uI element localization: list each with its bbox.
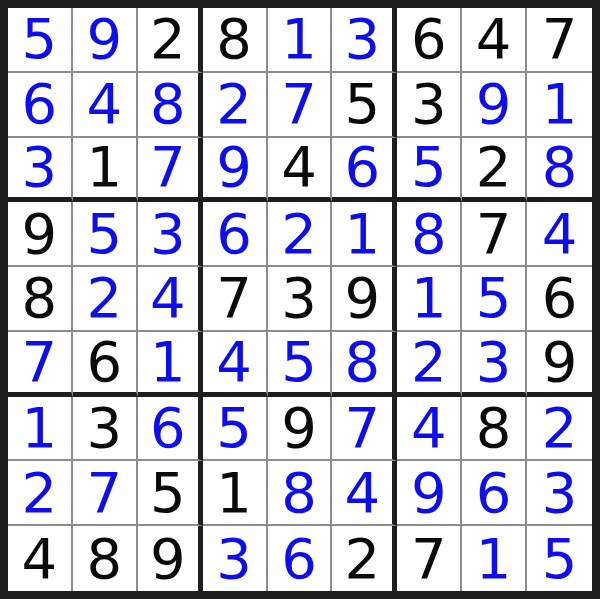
cell-r7c9[interactable]: 2 bbox=[527, 397, 592, 462]
cell-r3c7[interactable]: 5 bbox=[397, 138, 462, 203]
cell-digit: 9 bbox=[345, 270, 381, 326]
cell-r5c5[interactable]: 3 bbox=[268, 267, 333, 332]
cell-digit: 6 bbox=[345, 139, 381, 195]
cell-digit: 7 bbox=[22, 334, 58, 390]
cell-digit: 8 bbox=[345, 334, 381, 390]
cell-r2c5[interactable]: 7 bbox=[268, 73, 333, 138]
cell-digit: 2 bbox=[345, 531, 381, 587]
cell-r8c5[interactable]: 8 bbox=[268, 461, 333, 526]
cell-r9c9[interactable]: 5 bbox=[527, 526, 592, 591]
cell-r6c3[interactable]: 1 bbox=[138, 332, 203, 397]
cell-digit: 5 bbox=[476, 270, 512, 326]
cell-r5c6[interactable]: 9 bbox=[332, 267, 397, 332]
cell-digit: 5 bbox=[345, 76, 381, 132]
cell-digit: 4 bbox=[22, 531, 58, 587]
cell-digit: 5 bbox=[87, 206, 123, 262]
cell-digit: 8 bbox=[150, 76, 186, 132]
cell-r8c7[interactable]: 9 bbox=[397, 461, 462, 526]
cell-digit: 1 bbox=[22, 400, 58, 456]
cell-r8c4[interactable]: 1 bbox=[203, 461, 268, 526]
cell-digit: 3 bbox=[22, 139, 58, 195]
cell-r7c8[interactable]: 8 bbox=[462, 397, 527, 462]
cell-digit: 8 bbox=[22, 270, 58, 326]
cell-digit: 7 bbox=[411, 531, 447, 587]
cell-digit: 1 bbox=[150, 334, 186, 390]
cell-r3c2[interactable]: 1 bbox=[73, 138, 138, 203]
cell-r4c3[interactable]: 3 bbox=[138, 202, 203, 267]
cell-digit: 8 bbox=[542, 139, 578, 195]
cell-r9c1[interactable]: 4 bbox=[8, 526, 73, 591]
cell-digit: 6 bbox=[216, 206, 252, 262]
cell-r4c4[interactable]: 6 bbox=[203, 202, 268, 267]
cell-digit: 5 bbox=[411, 139, 447, 195]
cell-digit: 7 bbox=[281, 76, 317, 132]
cell-r2c4[interactable]: 2 bbox=[203, 73, 268, 138]
cell-digit: 4 bbox=[281, 139, 317, 195]
cell-r1c9[interactable]: 7 bbox=[527, 8, 592, 73]
cell-r6c2[interactable]: 6 bbox=[73, 332, 138, 397]
cell-digit: 9 bbox=[150, 531, 186, 587]
cell-r7c7[interactable]: 4 bbox=[397, 397, 462, 462]
cell-r9c3[interactable]: 9 bbox=[138, 526, 203, 591]
cell-r9c5[interactable]: 6 bbox=[268, 526, 333, 591]
cell-digit: 7 bbox=[87, 465, 123, 521]
cell-digit: 8 bbox=[281, 465, 317, 521]
cell-r5c9[interactable]: 6 bbox=[527, 267, 592, 332]
cell-r6c7[interactable]: 2 bbox=[397, 332, 462, 397]
cell-digit: 3 bbox=[87, 400, 123, 456]
cell-r4c9[interactable]: 4 bbox=[527, 202, 592, 267]
cell-digit: 1 bbox=[411, 270, 447, 326]
cell-r4c5[interactable]: 2 bbox=[268, 202, 333, 267]
cell-r5c1[interactable]: 8 bbox=[8, 267, 73, 332]
cell-digit: 8 bbox=[87, 531, 123, 587]
cell-digit: 1 bbox=[476, 531, 512, 587]
cell-digit: 6 bbox=[411, 11, 447, 67]
cell-digit: 1 bbox=[542, 76, 578, 132]
cell-digit: 2 bbox=[281, 206, 317, 262]
cell-r3c9[interactable]: 8 bbox=[527, 138, 592, 203]
cell-digit: 1 bbox=[281, 11, 317, 67]
cell-r7c3[interactable]: 6 bbox=[138, 397, 203, 462]
cell-digit: 2 bbox=[476, 139, 512, 195]
cell-digit: 9 bbox=[411, 465, 447, 521]
cell-r3c8[interactable]: 2 bbox=[462, 138, 527, 203]
cell-r5c3[interactable]: 4 bbox=[138, 267, 203, 332]
cell-digit: 4 bbox=[411, 400, 447, 456]
cell-r7c6[interactable]: 7 bbox=[332, 397, 397, 462]
cell-digit: 4 bbox=[87, 76, 123, 132]
cell-digit: 6 bbox=[542, 270, 578, 326]
cell-digit: 9 bbox=[476, 76, 512, 132]
cell-r2c3[interactable]: 8 bbox=[138, 73, 203, 138]
cell-r9c6[interactable]: 2 bbox=[332, 526, 397, 591]
cell-digit: 4 bbox=[476, 11, 512, 67]
cell-r8c9[interactable]: 3 bbox=[527, 461, 592, 526]
cell-r4c7[interactable]: 8 bbox=[397, 202, 462, 267]
cell-digit: 4 bbox=[216, 334, 252, 390]
cell-digit: 3 bbox=[281, 270, 317, 326]
cell-digit: 5 bbox=[216, 400, 252, 456]
cell-digit: 4 bbox=[345, 465, 381, 521]
cell-digit: 7 bbox=[216, 270, 252, 326]
cell-digit: 1 bbox=[345, 206, 381, 262]
cell-r5c8[interactable]: 5 bbox=[462, 267, 527, 332]
cell-digit: 9 bbox=[542, 334, 578, 390]
cell-digit: 3 bbox=[476, 334, 512, 390]
cell-r6c1[interactable]: 7 bbox=[8, 332, 73, 397]
cell-digit: 7 bbox=[150, 139, 186, 195]
cell-digit: 5 bbox=[150, 465, 186, 521]
cell-digit: 2 bbox=[87, 270, 123, 326]
cell-r1c3[interactable]: 2 bbox=[138, 8, 203, 73]
cell-r5c2[interactable]: 2 bbox=[73, 267, 138, 332]
cell-r8c1[interactable]: 2 bbox=[8, 461, 73, 526]
cell-digit: 4 bbox=[542, 206, 578, 262]
cell-r1c7[interactable]: 6 bbox=[397, 8, 462, 73]
cell-digit: 7 bbox=[476, 206, 512, 262]
cell-r6c8[interactable]: 3 bbox=[462, 332, 527, 397]
cell-digit: 3 bbox=[411, 76, 447, 132]
cell-digit: 3 bbox=[216, 531, 252, 587]
cell-digit: 8 bbox=[216, 11, 252, 67]
cell-digit: 2 bbox=[542, 400, 578, 456]
cell-r7c2[interactable]: 3 bbox=[73, 397, 138, 462]
cell-r3c6[interactable]: 6 bbox=[332, 138, 397, 203]
cell-r6c4[interactable]: 4 bbox=[203, 332, 268, 397]
cell-r8c2[interactable]: 7 bbox=[73, 461, 138, 526]
cell-r1c8[interactable]: 4 bbox=[462, 8, 527, 73]
cell-r3c1[interactable]: 3 bbox=[8, 138, 73, 203]
cell-r6c9[interactable]: 9 bbox=[527, 332, 592, 397]
cell-r3c3[interactable]: 7 bbox=[138, 138, 203, 203]
cell-r4c2[interactable]: 5 bbox=[73, 202, 138, 267]
cell-r2c7[interactable]: 3 bbox=[397, 73, 462, 138]
cell-digit: 9 bbox=[281, 400, 317, 456]
cell-r8c6[interactable]: 4 bbox=[332, 461, 397, 526]
cell-digit: 1 bbox=[87, 139, 123, 195]
cell-r1c5[interactable]: 1 bbox=[268, 8, 333, 73]
cell-r8c8[interactable]: 6 bbox=[462, 461, 527, 526]
cell-r4c6[interactable]: 1 bbox=[332, 202, 397, 267]
cell-r5c7[interactable]: 1 bbox=[397, 267, 462, 332]
cell-r4c1[interactable]: 9 bbox=[8, 202, 73, 267]
cell-r3c4[interactable]: 9 bbox=[203, 138, 268, 203]
cell-digit: 5 bbox=[281, 334, 317, 390]
cell-r9c7[interactable]: 7 bbox=[397, 526, 462, 591]
cell-digit: 2 bbox=[22, 465, 58, 521]
cell-r5c4[interactable]: 7 bbox=[203, 267, 268, 332]
cell-r1c1[interactable]: 5 bbox=[8, 8, 73, 73]
cell-digit: 2 bbox=[216, 76, 252, 132]
cell-digit: 6 bbox=[476, 465, 512, 521]
cell-r7c1[interactable]: 1 bbox=[8, 397, 73, 462]
cell-digit: 5 bbox=[542, 531, 578, 587]
cell-digit: 2 bbox=[411, 334, 447, 390]
cell-r2c1[interactable]: 6 bbox=[8, 73, 73, 138]
cell-r7c5[interactable]: 9 bbox=[268, 397, 333, 462]
cell-r3c5[interactable]: 4 bbox=[268, 138, 333, 203]
cell-digit: 2 bbox=[150, 11, 186, 67]
cell-digit: 9 bbox=[87, 11, 123, 67]
cell-r2c2[interactable]: 4 bbox=[73, 73, 138, 138]
cell-r1c2[interactable]: 9 bbox=[73, 8, 138, 73]
sudoku-board: 5928136476482753913179465289536218748247… bbox=[0, 0, 600, 599]
cell-digit: 6 bbox=[22, 76, 58, 132]
cell-r2c8[interactable]: 9 bbox=[462, 73, 527, 138]
cell-r9c8[interactable]: 1 bbox=[462, 526, 527, 591]
cell-r9c4[interactable]: 3 bbox=[203, 526, 268, 591]
cell-digit: 6 bbox=[87, 334, 123, 390]
cell-r1c6[interactable]: 3 bbox=[332, 8, 397, 73]
cell-digit: 5 bbox=[22, 11, 58, 67]
cell-digit: 8 bbox=[476, 400, 512, 456]
cell-r1c4[interactable]: 8 bbox=[203, 8, 268, 73]
cell-r7c4[interactable]: 5 bbox=[203, 397, 268, 462]
cell-digit: 6 bbox=[281, 531, 317, 587]
cell-digit: 9 bbox=[216, 139, 252, 195]
cell-digit: 9 bbox=[22, 206, 58, 262]
cell-r6c6[interactable]: 8 bbox=[332, 332, 397, 397]
cell-r9c2[interactable]: 8 bbox=[73, 526, 138, 591]
cell-digit: 7 bbox=[345, 400, 381, 456]
cell-digit: 1 bbox=[216, 465, 252, 521]
cell-digit: 3 bbox=[542, 465, 578, 521]
cell-r2c6[interactable]: 5 bbox=[332, 73, 397, 138]
cell-digit: 7 bbox=[542, 11, 578, 67]
cell-r8c3[interactable]: 5 bbox=[138, 461, 203, 526]
cell-r4c8[interactable]: 7 bbox=[462, 202, 527, 267]
cell-digit: 6 bbox=[150, 400, 186, 456]
cell-digit: 8 bbox=[411, 206, 447, 262]
cell-r6c5[interactable]: 5 bbox=[268, 332, 333, 397]
cell-r2c9[interactable]: 1 bbox=[527, 73, 592, 138]
cell-digit: 4 bbox=[150, 270, 186, 326]
cell-digit: 3 bbox=[150, 206, 186, 262]
cell-digit: 3 bbox=[345, 11, 381, 67]
